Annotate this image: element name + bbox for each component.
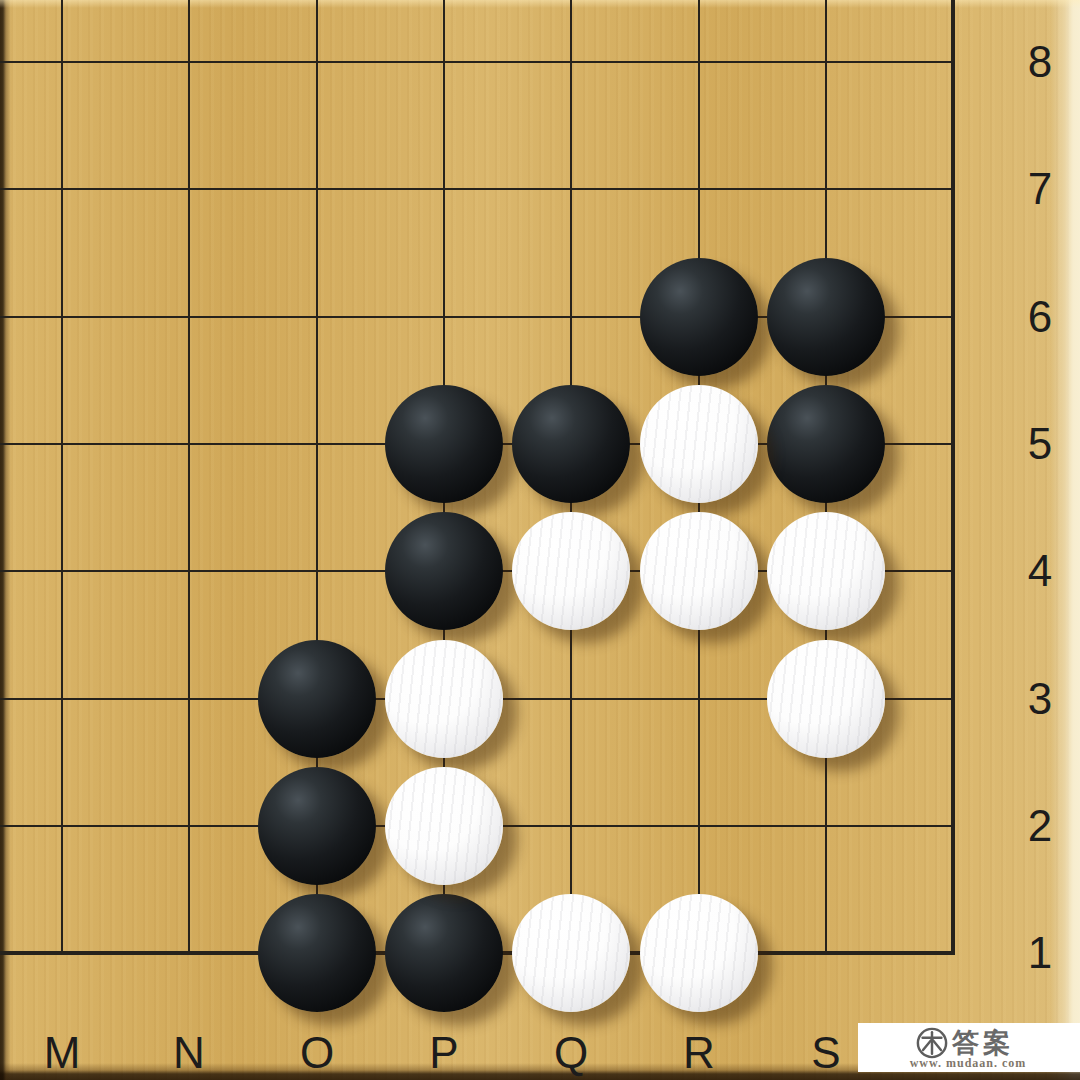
column-label-Q: Q: [554, 1031, 588, 1075]
column-label-O: O: [300, 1031, 334, 1075]
row-label-3: 3: [1028, 677, 1052, 721]
stone-black-P1: [385, 894, 503, 1012]
stone-black-R6: [640, 258, 758, 376]
stone-white-Q4: [512, 512, 630, 630]
watermark: 答案 www. mudaan. com: [858, 1023, 1080, 1072]
column-label-N: N: [173, 1031, 205, 1075]
row-label-2: 2: [1028, 804, 1052, 848]
mudaan-logo-icon: [916, 1027, 948, 1059]
watermark-url: www. mudaan. com: [904, 1056, 1032, 1071]
stone-white-P3: [385, 640, 503, 758]
row-label-1: 1: [1028, 931, 1052, 975]
row-label-5: 5: [1028, 422, 1052, 466]
stone-black-S5: [767, 385, 885, 503]
row-label-7: 7: [1028, 167, 1052, 211]
stone-white-R5: [640, 385, 758, 503]
column-label-M: M: [44, 1031, 81, 1075]
stone-black-Q5: [512, 385, 630, 503]
stone-white-S3: [767, 640, 885, 758]
column-label-R: R: [683, 1031, 715, 1075]
stone-black-P5: [385, 385, 503, 503]
stone-black-O1: [258, 894, 376, 1012]
watermark-brand-text: 答案: [952, 1028, 1014, 1058]
row-label-8: 8: [1028, 40, 1052, 84]
row-label-4: 4: [1028, 549, 1052, 593]
stone-black-O2: [258, 767, 376, 885]
column-label-S: S: [811, 1031, 840, 1075]
grid-line-col-T: [951, 0, 955, 955]
stone-white-R1: [640, 894, 758, 1012]
stone-black-S6: [767, 258, 885, 376]
grid-line-col-M: [61, 0, 63, 955]
grid-line-col-N: [188, 0, 190, 955]
stone-white-Q1: [512, 894, 630, 1012]
stone-black-O3: [258, 640, 376, 758]
column-label-P: P: [429, 1031, 458, 1075]
row-label-6: 6: [1028, 295, 1052, 339]
grid-line-row-7: [0, 188, 955, 190]
grid-line-row-8: [0, 61, 955, 63]
stone-white-P2: [385, 767, 503, 885]
stone-black-P4: [385, 512, 503, 630]
stone-white-S4: [767, 512, 885, 630]
stone-white-R4: [640, 512, 758, 630]
go-board: MNOPQRS87654321 答案 www. mudaan. com: [0, 0, 1080, 1080]
